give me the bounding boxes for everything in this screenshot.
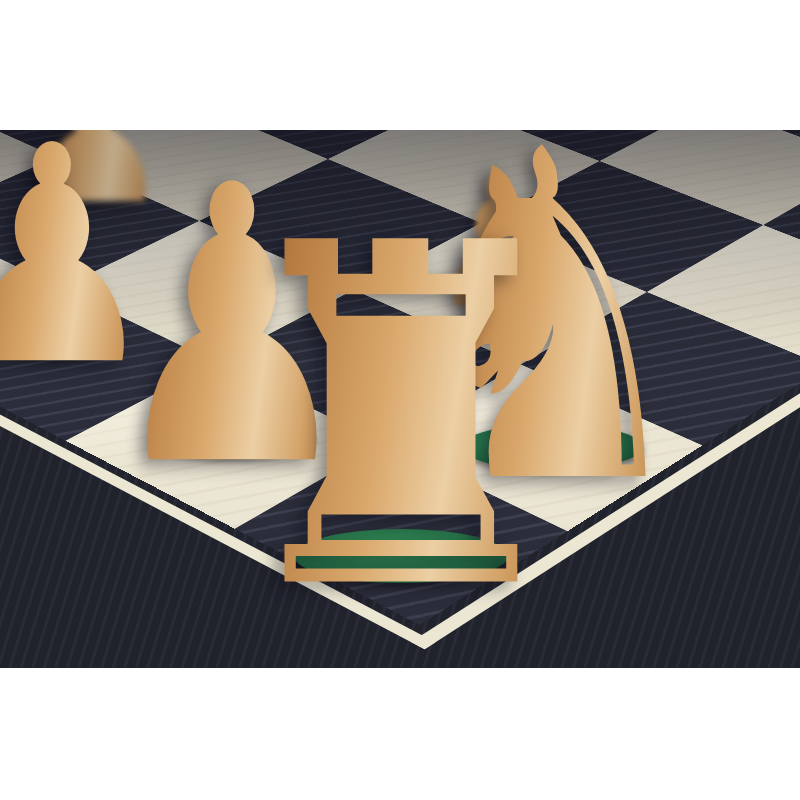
chess-photo: ♟ ♟ ♟ ♟ ♞ ♜ — [0, 130, 800, 668]
rook-piece: ♜ — [216, 184, 587, 654]
